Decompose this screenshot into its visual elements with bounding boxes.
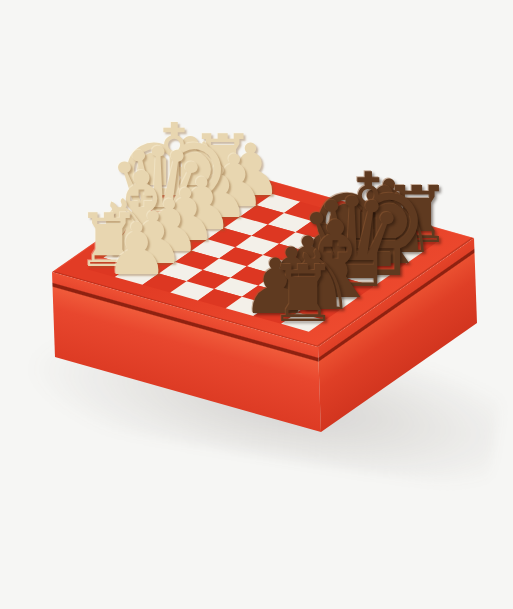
chess-set-product-photo: ♜♞♝♛♚♝♞♜♟♟♟♟♟♟♟♟♟♟♟♟♟♟♟♟♜♞♝♛♚♝♞♜: [0, 0, 513, 609]
